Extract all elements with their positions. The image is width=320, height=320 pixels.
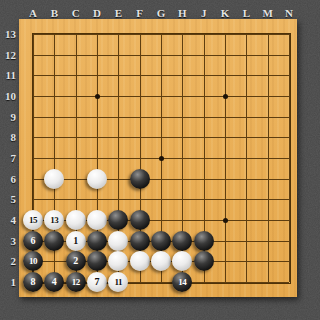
- white-stone-C3: 1: [66, 231, 86, 251]
- black-stone-F3: [130, 231, 150, 251]
- column-label-N: N: [279, 6, 299, 20]
- white-stone-E3: [108, 231, 128, 251]
- move-number-label: 8: [23, 272, 43, 292]
- row-label-11: 11: [0, 68, 16, 82]
- move-number-label: 1: [66, 231, 86, 251]
- row-label-5: 5: [0, 192, 16, 206]
- black-stone-A1: 8: [23, 272, 43, 292]
- move-number-label: 6: [23, 231, 43, 251]
- column-label-B: B: [44, 6, 64, 20]
- row-label-7: 7: [0, 151, 16, 165]
- white-stone-C4: [66, 210, 86, 230]
- star-point: [95, 94, 100, 99]
- move-number-label: 4: [44, 272, 64, 292]
- black-stone-F6: [130, 169, 150, 189]
- black-stone-C2: 2: [66, 251, 86, 271]
- white-stone-B6: [44, 169, 64, 189]
- black-stone-B3: [44, 231, 64, 251]
- move-number-label: 10: [23, 251, 43, 271]
- black-stone-A3: 6: [23, 231, 43, 251]
- move-number-label: 12: [66, 272, 86, 292]
- black-stone-A2: 10: [23, 251, 43, 271]
- black-stone-H1: 14: [172, 272, 192, 292]
- white-stone-F2: [130, 251, 150, 271]
- white-stone-A4: 15: [23, 210, 43, 230]
- column-label-D: D: [87, 6, 107, 20]
- white-stone-D6: [87, 169, 107, 189]
- go-board[interactable]: 151361102841271114: [19, 19, 297, 297]
- white-stone-D1: 7: [87, 272, 107, 292]
- star-point: [223, 218, 228, 223]
- row-label-2: 2: [0, 254, 16, 268]
- move-number-label: 13: [44, 210, 64, 230]
- row-label-12: 12: [0, 48, 16, 62]
- star-point: [159, 156, 164, 161]
- black-stone-J2: [194, 251, 214, 271]
- row-label-3: 3: [0, 234, 16, 248]
- white-stone-B4: 13: [44, 210, 64, 230]
- column-label-M: M: [258, 6, 278, 20]
- move-number-label: 15: [23, 210, 43, 230]
- column-label-K: K: [215, 6, 235, 20]
- row-label-4: 4: [0, 213, 16, 227]
- row-label-13: 13: [0, 27, 16, 41]
- black-stone-B1: 4: [44, 272, 64, 292]
- move-number-label: 7: [87, 272, 107, 292]
- column-label-E: E: [108, 6, 128, 20]
- column-label-C: C: [66, 6, 86, 20]
- go-diagram: ABCDEFGHJKLMN 13121110987654321 15136110…: [0, 0, 320, 320]
- black-stone-C1: 12: [66, 272, 86, 292]
- black-stone-J3: [194, 231, 214, 251]
- move-number-label: 11: [108, 272, 128, 292]
- row-label-6: 6: [0, 172, 16, 186]
- row-label-10: 10: [0, 89, 16, 103]
- column-label-F: F: [130, 6, 150, 20]
- black-stone-H3: [172, 231, 192, 251]
- star-point: [223, 94, 228, 99]
- row-label-8: 8: [0, 130, 16, 144]
- move-number-label: 14: [172, 272, 192, 292]
- row-label-1: 1: [0, 275, 16, 289]
- white-stone-D4: [87, 210, 107, 230]
- black-stone-D3: [87, 231, 107, 251]
- white-stone-E1: 11: [108, 272, 128, 292]
- row-label-9: 9: [0, 110, 16, 124]
- column-label-J: J: [194, 6, 214, 20]
- black-stone-F4: [130, 210, 150, 230]
- column-label-A: A: [23, 6, 43, 20]
- black-stone-G3: [151, 231, 171, 251]
- column-label-L: L: [236, 6, 256, 20]
- move-number-label: 2: [66, 251, 86, 271]
- column-label-H: H: [172, 6, 192, 20]
- column-label-G: G: [151, 6, 171, 20]
